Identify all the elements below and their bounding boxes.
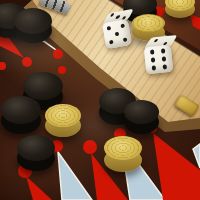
checker-black xyxy=(1,96,41,134)
checker-top xyxy=(45,104,81,127)
checker-yellow xyxy=(104,136,142,172)
die-front-face xyxy=(144,45,174,75)
checker-black xyxy=(14,8,52,43)
die-front-face xyxy=(102,19,132,49)
checker-top xyxy=(17,135,55,161)
die-pip xyxy=(120,23,125,28)
backgammon-board-photo xyxy=(0,0,200,200)
checker-yellow xyxy=(45,104,81,137)
die-pip xyxy=(151,58,156,63)
checker-top xyxy=(132,14,165,32)
die-pip xyxy=(114,31,119,36)
die-2 xyxy=(144,45,174,75)
die-pip xyxy=(162,64,167,69)
die-1 xyxy=(102,19,132,49)
checker-top xyxy=(104,136,142,160)
die-pip xyxy=(151,66,156,71)
die-pip xyxy=(161,56,166,61)
die-pip xyxy=(150,49,155,54)
checker-yellow xyxy=(165,0,195,18)
checker-black xyxy=(17,135,55,171)
checker-top xyxy=(124,100,159,124)
checker-black xyxy=(124,100,159,134)
die-pip xyxy=(123,37,128,42)
die-pip xyxy=(116,15,121,19)
die-pip xyxy=(160,48,165,53)
checker-top xyxy=(14,8,52,34)
die-pip xyxy=(109,40,114,45)
die-pip xyxy=(110,13,115,17)
die-pip xyxy=(106,26,111,31)
die-pip xyxy=(154,38,159,42)
checker-top xyxy=(1,96,41,124)
